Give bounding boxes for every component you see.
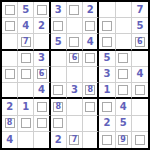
cell-r3c4: 5 [51,34,67,50]
given-digit: 5 [55,37,62,47]
cell-r6c1 [2,83,18,99]
cell-r7c5 [67,99,83,115]
cell-r9c6 [83,132,99,148]
cell-r9c5[interactable]: 7 [67,132,83,148]
cell-r9c9[interactable] [132,132,148,148]
cell-r9c3 [34,132,50,148]
sudoku-board: 53274257546365634438121848254279 [0,0,150,150]
cell-r6c8[interactable] [116,83,132,99]
cell-r2c9: 5 [132,18,148,34]
cell-r3c1 [2,34,18,50]
given-digit: 2 [87,5,94,15]
cell-r5c2[interactable] [18,67,34,83]
given-digit: 5 [120,118,127,128]
given-digit: 2 [55,135,62,145]
cell-r5c4 [51,67,67,83]
input-box-empty[interactable] [53,85,63,95]
cell-r6c2 [18,83,34,99]
cell-r7c7[interactable] [99,99,115,115]
input-box-empty[interactable] [21,69,31,79]
cell-r7c2: 1 [18,99,34,115]
cell-r6c7: 1 [99,83,115,99]
cell-r4c6[interactable] [83,51,99,67]
cell-r7c6[interactable] [83,99,99,115]
cell-r8c3[interactable] [34,116,50,132]
cell-r7c8: 4 [116,99,132,115]
cell-r6c5: 3 [67,83,83,99]
given-digit: 4 [6,135,13,145]
cell-r7c9 [132,99,148,115]
cell-r4c9 [132,51,148,67]
given-digit: 1 [22,102,29,112]
cell-r3c7[interactable] [99,34,115,50]
input-box-empty[interactable] [102,135,112,145]
given-digit: 4 [38,85,45,95]
input-box-empty[interactable] [102,37,112,47]
given-digit: 5 [22,5,29,15]
input-box-empty[interactable] [135,85,145,95]
cell-r1c7 [99,2,115,18]
cell-r4c4 [51,51,67,67]
cell-r5c8[interactable] [116,67,132,83]
cell-r4c5[interactable]: 6 [67,51,83,67]
cell-r1c4: 3 [51,2,67,18]
cell-r9c8[interactable]: 9 [116,132,132,148]
given-digit: 3 [55,5,62,15]
input-box-empty[interactable] [118,85,128,95]
input-box-filled[interactable]: 6 [135,37,145,47]
given-digit: 5 [136,21,143,31]
cell-r2c3: 2 [34,18,50,34]
cell-r4c7: 5 [99,51,115,67]
input-box-empty[interactable] [37,118,47,128]
cell-r3c2[interactable]: 7 [18,34,34,50]
cell-r1c5[interactable] [67,2,83,18]
input-box-empty[interactable] [5,5,15,15]
cell-r1c1[interactable] [2,2,18,18]
input-box-empty[interactable] [102,21,112,31]
cell-r2c4[interactable] [51,18,67,34]
input-box-empty[interactable] [37,102,47,112]
input-box-empty[interactable] [118,53,128,63]
cell-r3c6: 4 [83,34,99,50]
cell-r7c4[interactable]: 8 [51,99,67,115]
input-box-filled[interactable]: 7 [69,135,79,145]
cell-r2c2: 4 [18,18,34,34]
cell-r3c9[interactable]: 6 [132,34,148,50]
given-digit: 2 [6,102,13,112]
input-box-empty[interactable] [5,69,15,79]
cell-r3c5[interactable] [67,34,83,50]
cell-r8c6 [83,116,99,132]
cell-r9c4: 2 [51,132,67,148]
given-digit: 5 [103,53,110,63]
input-box-empty[interactable] [37,5,47,15]
input-box-empty[interactable] [69,37,79,47]
input-box-empty[interactable] [21,118,31,128]
input-box-filled[interactable]: 7 [21,37,31,47]
cell-r1c3[interactable] [34,2,50,18]
cell-r8c4[interactable] [51,116,67,132]
cell-r5c5 [67,67,83,83]
input-box-empty[interactable] [85,21,95,31]
given-digit: 3 [71,85,78,95]
cell-r7c3[interactable] [34,99,50,115]
input-box-filled[interactable]: 6 [69,53,79,63]
input-box-filled[interactable]: 8 [5,118,15,128]
given-digit: 3 [38,53,45,63]
cell-r8c5 [67,116,83,132]
cell-r3c3 [34,34,50,50]
cell-r6c4[interactable] [51,83,67,99]
cell-r2c8 [116,18,132,34]
cell-r8c2[interactable] [18,116,34,132]
input-box-filled[interactable]: 8 [53,102,63,112]
cell-r8c7: 2 [99,116,115,132]
cell-r5c3[interactable]: 6 [34,67,50,83]
input-box-empty[interactable] [21,53,31,63]
cell-r4c8[interactable] [116,51,132,67]
cell-r6c9[interactable] [132,83,148,99]
cell-r4c3: 3 [34,51,50,67]
given-digit: 4 [22,21,29,31]
cell-r9c2 [18,132,34,148]
cell-r5c9: 4 [132,67,148,83]
cell-r1c8 [116,2,132,18]
input-box-empty[interactable] [53,21,63,31]
input-box-empty[interactable] [102,102,112,112]
cell-r2c7[interactable] [99,18,115,34]
input-box-empty[interactable] [85,53,95,63]
cell-r1c2: 5 [18,2,34,18]
cell-r5c1[interactable] [2,67,18,83]
input-box-empty[interactable] [135,135,145,145]
cell-r7c1: 2 [2,99,18,115]
cell-r4c2[interactable] [18,51,34,67]
given-digit: 7 [136,5,143,15]
input-box-filled[interactable]: 9 [118,135,128,145]
given-digit: 4 [120,102,127,112]
input-box-empty[interactable] [5,21,15,31]
cell-r9c7[interactable] [99,132,115,148]
cell-r5c7: 3 [99,67,115,83]
given-digit: 3 [103,69,110,79]
cell-r2c1[interactable] [2,18,18,34]
cell-r2c6[interactable] [83,18,99,34]
cell-r8c8: 5 [116,116,132,132]
given-digit: 2 [103,118,110,128]
cell-r8c9 [132,116,148,132]
input-box-empty[interactable] [85,102,95,112]
cell-r9c1: 4 [2,132,18,148]
given-digit: 2 [38,21,45,31]
cell-r3c8 [116,34,132,50]
cell-r1c9: 7 [132,2,148,18]
input-box-empty[interactable] [53,118,63,128]
input-box-filled[interactable]: 8 [85,85,95,95]
cell-r4c1 [2,51,18,67]
given-digit: 1 [103,85,110,95]
input-box-empty[interactable] [69,5,79,15]
input-box-filled[interactable]: 6 [37,69,47,79]
given-digit: 4 [87,37,94,47]
cell-r2c5 [67,18,83,34]
input-box-empty[interactable] [118,69,128,79]
cell-r5c6 [83,67,99,83]
given-digit: 4 [136,69,143,79]
cell-r8c1[interactable]: 8 [2,116,18,132]
cell-r1c6: 2 [83,2,99,18]
cell-r6c3: 4 [34,83,50,99]
cell-r6c6[interactable]: 8 [83,83,99,99]
